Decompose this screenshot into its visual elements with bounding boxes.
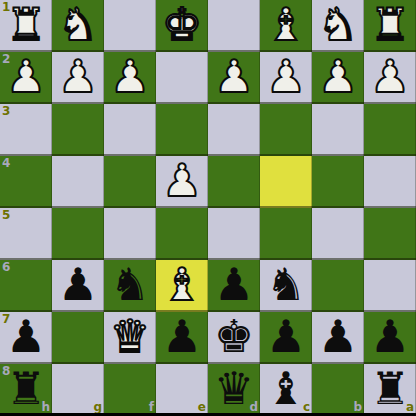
chess-board: 1♜♞♚♝♞♜2♟♟♟♟♟♟♟34♟56♟♞♝♟♞7♟♛♟♚♟♟♟8h♜gfed… — [0, 0, 416, 416]
square-c2[interactable]: ♟ — [260, 52, 312, 104]
black-pawn-d6[interactable]: ♟ — [208, 259, 260, 311]
square-d2[interactable]: ♟ — [208, 52, 260, 104]
square-b7[interactable]: ♟ — [312, 312, 364, 364]
square-a3[interactable] — [364, 104, 416, 156]
square-a7[interactable]: ♟ — [364, 312, 416, 364]
rank-label-5: 5 — [2, 209, 10, 221]
square-g2[interactable]: ♟ — [52, 52, 104, 104]
square-b2[interactable]: ♟ — [312, 52, 364, 104]
square-h3[interactable]: 3 — [0, 104, 52, 156]
file-label-b: b — [353, 401, 362, 413]
white-pawn-g2[interactable]: ♟ — [52, 51, 104, 103]
black-knight-c6[interactable]: ♞ — [260, 259, 312, 311]
square-d6[interactable]: ♟ — [208, 260, 260, 312]
rank-label-4: 4 — [2, 157, 10, 169]
square-g1[interactable]: ♞ — [52, 0, 104, 52]
black-rook-a8[interactable]: ♜ — [364, 363, 416, 415]
black-pawn-b7[interactable]: ♟ — [312, 311, 364, 363]
file-label-g: g — [93, 401, 102, 413]
black-king-d7[interactable]: ♚ — [208, 311, 260, 363]
square-e5[interactable] — [156, 208, 208, 260]
square-h5[interactable]: 5 — [0, 208, 52, 260]
white-pawn-d2[interactable]: ♟ — [208, 51, 260, 103]
square-g7[interactable] — [52, 312, 104, 364]
square-b5[interactable] — [312, 208, 364, 260]
square-a8[interactable]: a♜ — [364, 364, 416, 416]
square-d5[interactable] — [208, 208, 260, 260]
square-e7[interactable]: ♟ — [156, 312, 208, 364]
square-g8[interactable]: g — [52, 364, 104, 416]
file-label-f: f — [149, 401, 154, 413]
square-c5[interactable] — [260, 208, 312, 260]
rank-label-3: 3 — [2, 105, 10, 117]
square-h6[interactable]: 6 — [0, 260, 52, 312]
square-b8[interactable]: b — [312, 364, 364, 416]
black-pawn-e7[interactable]: ♟ — [156, 311, 208, 363]
white-pawn-f2[interactable]: ♟ — [104, 51, 156, 103]
square-e2[interactable] — [156, 52, 208, 104]
white-pawn-h2[interactable]: ♟ — [0, 51, 52, 103]
chess-app: 1♜♞♚♝♞♜2♟♟♟♟♟♟♟34♟56♟♞♝♟♞7♟♛♟♚♟♟♟8h♜gfed… — [0, 0, 416, 416]
square-f7[interactable]: ♛ — [104, 312, 156, 364]
square-e3[interactable] — [156, 104, 208, 156]
square-f6[interactable]: ♞ — [104, 260, 156, 312]
square-b4[interactable] — [312, 156, 364, 208]
square-f2[interactable]: ♟ — [104, 52, 156, 104]
square-a6[interactable] — [364, 260, 416, 312]
black-knight-f6[interactable]: ♞ — [104, 259, 156, 311]
square-a2[interactable]: ♟ — [364, 52, 416, 104]
black-pawn-a7[interactable]: ♟ — [364, 311, 416, 363]
black-rook-h8[interactable]: ♜ — [0, 363, 52, 415]
square-a1[interactable]: ♜ — [364, 0, 416, 52]
square-g4[interactable] — [52, 156, 104, 208]
white-pawn-a2[interactable]: ♟ — [364, 51, 416, 103]
square-e8[interactable]: e — [156, 364, 208, 416]
square-f4[interactable] — [104, 156, 156, 208]
square-c8[interactable]: c♝ — [260, 364, 312, 416]
square-a5[interactable] — [364, 208, 416, 260]
square-c7[interactable]: ♟ — [260, 312, 312, 364]
square-c1[interactable]: ♝ — [260, 0, 312, 52]
square-b6[interactable] — [312, 260, 364, 312]
square-h1[interactable]: 1♜ — [0, 0, 52, 52]
file-label-e: e — [198, 401, 206, 413]
black-bishop-c8[interactable]: ♝ — [260, 363, 312, 415]
white-rook-h1[interactable]: ♜ — [0, 0, 52, 51]
square-e6[interactable]: ♝ — [156, 260, 208, 312]
square-d7[interactable]: ♚ — [208, 312, 260, 364]
white-pawn-b2[interactable]: ♟ — [312, 51, 364, 103]
square-g3[interactable] — [52, 104, 104, 156]
square-f1[interactable] — [104, 0, 156, 52]
white-knight-g1[interactable]: ♞ — [52, 0, 104, 51]
rank-label-6: 6 — [2, 261, 10, 273]
square-h2[interactable]: 2♟ — [0, 52, 52, 104]
square-f5[interactable] — [104, 208, 156, 260]
square-h4[interactable]: 4 — [0, 156, 52, 208]
black-pawn-g6[interactable]: ♟ — [52, 259, 104, 311]
square-b3[interactable] — [312, 104, 364, 156]
square-d3[interactable] — [208, 104, 260, 156]
black-pawn-c7[interactable]: ♟ — [260, 311, 312, 363]
white-pawn-c2[interactable]: ♟ — [260, 51, 312, 103]
square-f3[interactable] — [104, 104, 156, 156]
black-pawn-h7[interactable]: ♟ — [0, 311, 52, 363]
square-e1[interactable]: ♚ — [156, 0, 208, 52]
square-d4[interactable] — [208, 156, 260, 208]
square-c4[interactable] — [260, 156, 312, 208]
white-queen-f7[interactable]: ♛ — [104, 311, 156, 363]
square-d1[interactable] — [208, 0, 260, 52]
square-h7[interactable]: 7♟ — [0, 312, 52, 364]
square-d8[interactable]: d♛ — [208, 364, 260, 416]
white-bishop-e6[interactable]: ♝ — [156, 259, 208, 311]
square-g5[interactable] — [52, 208, 104, 260]
square-h8[interactable]: 8h♜ — [0, 364, 52, 416]
square-e4[interactable]: ♟ — [156, 156, 208, 208]
white-rook-a1[interactable]: ♜ — [364, 0, 416, 51]
square-g6[interactable]: ♟ — [52, 260, 104, 312]
square-b1[interactable]: ♞ — [312, 0, 364, 52]
black-queen-d8[interactable]: ♛ — [208, 363, 260, 415]
square-c6[interactable]: ♞ — [260, 260, 312, 312]
white-bishop-c1[interactable]: ♝ — [260, 0, 312, 51]
white-pawn-e4[interactable]: ♟ — [156, 155, 208, 207]
white-king-e1[interactable]: ♚ — [156, 0, 208, 51]
square-a4[interactable] — [364, 156, 416, 208]
square-c3[interactable] — [260, 104, 312, 156]
square-f8[interactable]: f — [104, 364, 156, 416]
white-knight-b1[interactable]: ♞ — [312, 0, 364, 51]
